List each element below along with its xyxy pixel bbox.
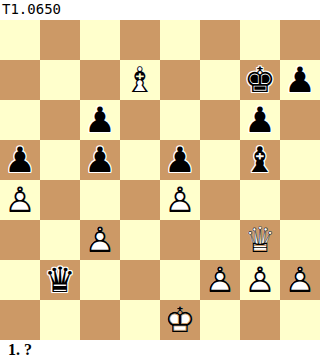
square-b2[interactable]: ♛ xyxy=(40,260,80,300)
square-d2[interactable] xyxy=(120,260,160,300)
square-c8[interactable] xyxy=(80,20,120,60)
white-king: ♔ xyxy=(160,300,200,340)
square-f6[interactable] xyxy=(200,100,240,140)
white-bishop: ♗ xyxy=(120,60,160,100)
square-d4[interactable] xyxy=(120,180,160,220)
square-f8[interactable] xyxy=(200,20,240,60)
square-g3[interactable]: ♛♕ xyxy=(240,220,280,260)
square-d8[interactable] xyxy=(120,20,160,60)
move-prompt: 1. ? xyxy=(0,340,320,360)
black-pawn: ♟ xyxy=(160,140,200,180)
square-e7[interactable] xyxy=(160,60,200,100)
white-pawn: ♙ xyxy=(0,180,40,220)
page-title: T1.0650 xyxy=(0,0,320,20)
square-b5[interactable] xyxy=(40,140,80,180)
square-e2[interactable] xyxy=(160,260,200,300)
square-a5[interactable]: ♟ xyxy=(0,140,40,180)
white-pawn-fill: ♟ xyxy=(0,180,40,220)
square-c3[interactable]: ♟♙ xyxy=(80,220,120,260)
square-f5[interactable] xyxy=(200,140,240,180)
square-a6[interactable] xyxy=(0,100,40,140)
white-pawn: ♙ xyxy=(160,180,200,220)
square-e3[interactable] xyxy=(160,220,200,260)
square-g6[interactable]: ♟ xyxy=(240,100,280,140)
square-a2[interactable] xyxy=(0,260,40,300)
black-pawn: ♟ xyxy=(80,100,120,140)
square-f2[interactable]: ♟♙ xyxy=(200,260,240,300)
square-d3[interactable] xyxy=(120,220,160,260)
square-d1[interactable] xyxy=(120,300,160,340)
square-f3[interactable] xyxy=(200,220,240,260)
square-b4[interactable] xyxy=(40,180,80,220)
chess-diagram-page: T1.0650 ♝♗♚♟♟♟♟♟♟♝♟♙♟♙♟♙♛♕♛♟♙♟♙♟♙♚♔ 1. ? xyxy=(0,0,320,360)
square-a3[interactable] xyxy=(0,220,40,260)
square-g4[interactable] xyxy=(240,180,280,220)
white-pawn-fill: ♟ xyxy=(280,260,320,300)
square-a4[interactable]: ♟♙ xyxy=(0,180,40,220)
square-h7[interactable]: ♟ xyxy=(280,60,320,100)
square-c4[interactable] xyxy=(80,180,120,220)
black-pawn: ♟ xyxy=(80,140,120,180)
white-bishop-fill: ♝ xyxy=(120,60,160,100)
square-b8[interactable] xyxy=(40,20,80,60)
chess-board: ♝♗♚♟♟♟♟♟♟♝♟♙♟♙♟♙♛♕♛♟♙♟♙♟♙♚♔ xyxy=(0,20,320,340)
square-f1[interactable] xyxy=(200,300,240,340)
square-e6[interactable] xyxy=(160,100,200,140)
square-d7[interactable]: ♝♗ xyxy=(120,60,160,100)
square-e4[interactable]: ♟♙ xyxy=(160,180,200,220)
square-h1[interactable] xyxy=(280,300,320,340)
black-queen: ♛ xyxy=(40,260,80,300)
square-b3[interactable] xyxy=(40,220,80,260)
square-h8[interactable] xyxy=(280,20,320,60)
square-h2[interactable]: ♟♙ xyxy=(280,260,320,300)
square-c5[interactable]: ♟ xyxy=(80,140,120,180)
white-pawn: ♙ xyxy=(200,260,240,300)
black-bishop: ♝ xyxy=(240,140,280,180)
white-pawn: ♙ xyxy=(240,260,280,300)
white-pawn-fill: ♟ xyxy=(240,260,280,300)
square-e8[interactable] xyxy=(160,20,200,60)
white-pawn-fill: ♟ xyxy=(160,180,200,220)
square-g5[interactable]: ♝ xyxy=(240,140,280,180)
white-pawn: ♙ xyxy=(280,260,320,300)
square-h4[interactable] xyxy=(280,180,320,220)
white-queen: ♕ xyxy=(240,220,280,260)
square-c2[interactable] xyxy=(80,260,120,300)
square-a8[interactable] xyxy=(0,20,40,60)
square-f7[interactable] xyxy=(200,60,240,100)
square-a1[interactable] xyxy=(0,300,40,340)
black-pawn: ♟ xyxy=(240,100,280,140)
square-h5[interactable] xyxy=(280,140,320,180)
square-g8[interactable] xyxy=(240,20,280,60)
black-pawn: ♟ xyxy=(0,140,40,180)
white-queen-fill: ♛ xyxy=(240,220,280,260)
square-c7[interactable] xyxy=(80,60,120,100)
white-pawn: ♙ xyxy=(80,220,120,260)
square-b1[interactable] xyxy=(40,300,80,340)
square-g7[interactable]: ♚ xyxy=(240,60,280,100)
square-c6[interactable]: ♟ xyxy=(80,100,120,140)
white-pawn-fill: ♟ xyxy=(200,260,240,300)
square-a7[interactable] xyxy=(0,60,40,100)
white-pawn-fill: ♟ xyxy=(80,220,120,260)
square-e1[interactable]: ♚♔ xyxy=(160,300,200,340)
square-d6[interactable] xyxy=(120,100,160,140)
black-king: ♚ xyxy=(240,60,280,100)
square-b7[interactable] xyxy=(40,60,80,100)
square-c1[interactable] xyxy=(80,300,120,340)
square-h3[interactable] xyxy=(280,220,320,260)
square-f4[interactable] xyxy=(200,180,240,220)
square-b6[interactable] xyxy=(40,100,80,140)
white-king-fill: ♚ xyxy=(160,300,200,340)
square-h6[interactable] xyxy=(280,100,320,140)
black-pawn: ♟ xyxy=(280,60,320,100)
square-d5[interactable] xyxy=(120,140,160,180)
square-g2[interactable]: ♟♙ xyxy=(240,260,280,300)
square-e5[interactable]: ♟ xyxy=(160,140,200,180)
square-g1[interactable] xyxy=(240,300,280,340)
